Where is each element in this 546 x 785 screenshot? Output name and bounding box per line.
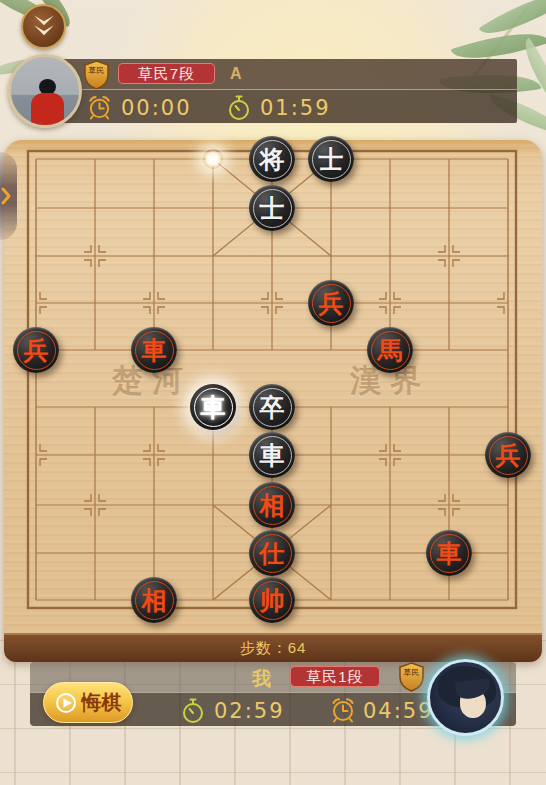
xiangqi-piece-red-兵[interactable]: 兵 xyxy=(13,327,59,373)
stopwatch-icon xyxy=(226,94,252,121)
piece-character: 相 xyxy=(142,588,167,613)
piece-character: 仕 xyxy=(260,541,285,566)
svg-text:草民: 草民 xyxy=(89,66,105,75)
piece-character: 車 xyxy=(201,395,226,420)
player-rank-pill: 草民1段 xyxy=(290,666,380,687)
side-drawer-handle[interactable] xyxy=(0,152,17,240)
piece-character: 将 xyxy=(260,147,285,172)
xiangqi-piece-red-相[interactable]: 相 xyxy=(131,577,177,623)
alarm-clock-icon xyxy=(86,94,113,121)
piece-character: 帅 xyxy=(260,588,285,613)
piece-character: 車 xyxy=(260,443,285,468)
opponent-name-row: 草民 草民7段 A xyxy=(50,59,517,89)
xiangqi-piece-black-卒[interactable]: 卒 xyxy=(249,384,295,430)
piece-character: 馬 xyxy=(378,338,403,363)
move-count-label: 步数： xyxy=(240,639,288,656)
double-chevron-down-icon xyxy=(29,13,59,41)
piece-character: 車 xyxy=(437,541,462,566)
svg-text:草民: 草民 xyxy=(404,668,420,677)
xiangqi-piece-black-車[interactable]: 車 xyxy=(190,384,236,430)
xiangqi-piece-red-車[interactable]: 車 xyxy=(131,327,177,373)
player-label: 我 xyxy=(252,666,271,692)
piece-character: 士 xyxy=(260,196,285,221)
piece-character: 卒 xyxy=(260,395,285,420)
last-move-origin-marker xyxy=(203,149,223,169)
xiangqi-piece-red-仕[interactable]: 仕 xyxy=(249,530,295,576)
player-stopwatch-time: 02:59 xyxy=(214,699,285,723)
rank-badge-icon: 草民 xyxy=(398,662,425,692)
opponent-clock-row: 00:00 01:59 xyxy=(50,89,517,123)
piece-character: 車 xyxy=(142,338,167,363)
piece-character: 相 xyxy=(260,493,285,518)
xiangqi-piece-red-帅[interactable]: 帅 xyxy=(249,577,295,623)
move-counter-bar: 步数：64 xyxy=(4,633,542,662)
player-alarm-time: 04:59 xyxy=(363,699,434,723)
alarm-clock-icon xyxy=(329,696,357,724)
piece-character: 兵 xyxy=(496,443,521,468)
chevron-right-icon xyxy=(0,186,12,206)
xiangqi-piece-red-相[interactable]: 相 xyxy=(249,482,295,528)
player-avatar[interactable] xyxy=(427,659,504,736)
piece-character: 兵 xyxy=(24,338,49,363)
rank-badge-icon: 草民 xyxy=(83,60,110,90)
xiangqi-piece-black-車[interactable]: 車 xyxy=(249,432,295,478)
undo-move-button[interactable]: 悔棋 xyxy=(43,682,133,723)
xiangqi-piece-red-兵[interactable]: 兵 xyxy=(308,280,354,326)
opponent-alarm-time: 00:00 xyxy=(121,96,192,120)
play-circle-icon xyxy=(55,692,77,714)
opponent-panel: 草民 草民7段 A 00:00 01 xyxy=(50,59,517,123)
piece-character: 兵 xyxy=(319,291,344,316)
opponent-stopwatch-time: 01:59 xyxy=(260,96,331,120)
xiangqi-piece-red-馬[interactable]: 馬 xyxy=(367,327,413,373)
opponent-rank-pill: 草民7段 xyxy=(118,63,215,84)
piece-character: 士 xyxy=(319,147,344,172)
opponent-avatar[interactable] xyxy=(8,54,82,128)
xiangqi-piece-red-兵[interactable]: 兵 xyxy=(485,432,531,478)
collapse-button[interactable] xyxy=(21,4,66,49)
opponent-name: A xyxy=(230,65,242,83)
xiangqi-piece-black-士[interactable]: 士 xyxy=(308,136,354,182)
undo-button-label: 悔棋 xyxy=(82,689,122,716)
move-count-value: 64 xyxy=(288,639,307,656)
xiangqi-game-screen: 楚河 漢界 步数：64 将士士兵兵車馬車卒車兵相仕車相帅 草民 草民7段 A xyxy=(0,0,546,785)
xiangqi-piece-red-車[interactable]: 車 xyxy=(426,530,472,576)
stopwatch-icon xyxy=(180,697,206,724)
xiangqi-piece-black-将[interactable]: 将 xyxy=(249,136,295,182)
xiangqi-piece-black-士[interactable]: 士 xyxy=(249,185,295,231)
